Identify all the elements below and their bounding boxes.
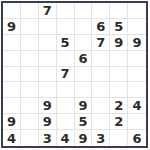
sudoku-cell-r6c6[interactable] xyxy=(92,82,110,98)
sudoku-cell-r7c7[interactable]: 2 xyxy=(110,98,128,114)
sudoku-cell-r7c3[interactable]: 9 xyxy=(39,98,57,114)
sudoku-cell-r6c8[interactable] xyxy=(128,82,146,98)
sudoku-cell-r7c6[interactable] xyxy=(92,98,110,114)
sudoku-cell-r3c8[interactable]: 9 xyxy=(128,35,146,51)
given-digit: 9 xyxy=(7,20,16,33)
sudoku-cell-r4c4[interactable] xyxy=(57,51,75,67)
sudoku-cell-r8c6[interactable] xyxy=(92,114,110,130)
sudoku-cell-r5c4[interactable]: 7 xyxy=(57,67,75,83)
sudoku-cell-r4c1[interactable] xyxy=(3,51,21,67)
sudoku-cell-r9c4[interactable]: 4 xyxy=(57,130,75,146)
sudoku-cell-r8c1[interactable]: 9 xyxy=(3,114,21,130)
sudoku-cell-r6c4[interactable] xyxy=(57,82,75,98)
sudoku-cell-r4c3[interactable] xyxy=(39,51,57,67)
given-digit: 9 xyxy=(7,115,16,128)
sudoku-cell-r3c4[interactable]: 5 xyxy=(57,35,75,51)
sudoku-cell-r1c3[interactable]: 7 xyxy=(39,3,57,19)
sudoku-cell-r8c2[interactable] xyxy=(21,114,39,130)
given-digit: 9 xyxy=(78,132,87,145)
given-digit: 3 xyxy=(43,132,52,145)
sudoku-cell-r3c3[interactable] xyxy=(39,35,57,51)
given-digit: 4 xyxy=(61,132,70,145)
sudoku-cell-r4c7[interactable] xyxy=(110,51,128,67)
sudoku-cell-r5c8[interactable] xyxy=(128,67,146,83)
sudoku-cell-r7c4[interactable] xyxy=(57,98,75,114)
given-digit: 4 xyxy=(7,132,16,145)
sudoku-cell-r4c6[interactable] xyxy=(92,51,110,67)
sudoku-cell-r7c8[interactable]: 4 xyxy=(128,98,146,114)
sudoku-cell-r2c3[interactable] xyxy=(39,19,57,35)
given-digit: 6 xyxy=(78,52,87,65)
sudoku-cell-r3c7[interactable]: 9 xyxy=(110,35,128,51)
sudoku-cell-r6c7[interactable] xyxy=(110,82,128,98)
sudoku-cell-r6c2[interactable] xyxy=(21,82,39,98)
sudoku-cell-r2c5[interactable] xyxy=(75,19,93,35)
sudoku-cell-r6c1[interactable] xyxy=(3,82,21,98)
sudoku-cell-r4c8[interactable] xyxy=(128,51,146,67)
sudoku-cell-r1c2[interactable] xyxy=(21,3,39,19)
given-digit: 4 xyxy=(133,99,142,112)
sudoku-cell-r8c8[interactable] xyxy=(128,114,146,130)
sudoku-cell-r4c5[interactable]: 6 xyxy=(75,51,93,67)
sudoku-cell-r4c2[interactable] xyxy=(21,51,39,67)
sudoku-cell-r9c8[interactable]: 6 xyxy=(128,130,146,146)
sudoku-board: 796557996799249952434936 xyxy=(1,1,148,148)
sudoku-cell-r5c6[interactable] xyxy=(92,67,110,83)
given-digit: 9 xyxy=(114,36,123,49)
given-digit: 5 xyxy=(61,36,70,49)
sudoku-cell-r5c2[interactable] xyxy=(21,67,39,83)
sudoku-cell-r8c5[interactable]: 5 xyxy=(75,114,93,130)
sudoku-cell-r2c1[interactable]: 9 xyxy=(3,19,21,35)
given-digit: 9 xyxy=(78,99,87,112)
given-digit: 3 xyxy=(96,132,105,145)
sudoku-cell-r5c1[interactable] xyxy=(3,67,21,83)
sudoku-cell-r3c5[interactable] xyxy=(75,35,93,51)
given-digit: 2 xyxy=(114,99,123,112)
given-digit: 5 xyxy=(78,115,87,128)
sudoku-cell-r1c6[interactable] xyxy=(92,3,110,19)
sudoku-cell-r2c6[interactable]: 6 xyxy=(92,19,110,35)
sudoku-cell-r9c5[interactable]: 9 xyxy=(75,130,93,146)
sudoku-cell-r7c2[interactable] xyxy=(21,98,39,114)
given-digit: 9 xyxy=(43,115,52,128)
sudoku-cell-r1c8[interactable] xyxy=(128,3,146,19)
given-digit: 7 xyxy=(96,36,105,49)
given-digit: 2 xyxy=(114,115,123,128)
sudoku-cell-r7c1[interactable] xyxy=(3,98,21,114)
given-digit: 9 xyxy=(43,99,52,112)
sudoku-cell-r3c2[interactable] xyxy=(21,35,39,51)
sudoku-cell-r6c3[interactable] xyxy=(39,82,57,98)
sudoku-cell-r9c1[interactable]: 4 xyxy=(3,130,21,146)
given-digit: 9 xyxy=(133,36,142,49)
sudoku-cell-r9c7[interactable] xyxy=(110,130,128,146)
sudoku-cell-r5c5[interactable] xyxy=(75,67,93,83)
given-digit: 7 xyxy=(61,67,70,80)
sudoku-cell-r3c1[interactable] xyxy=(3,35,21,51)
given-digit: 7 xyxy=(43,4,52,17)
sudoku-cell-r8c4[interactable] xyxy=(57,114,75,130)
sudoku-cell-r7c5[interactable]: 9 xyxy=(75,98,93,114)
sudoku-cell-r5c7[interactable] xyxy=(110,67,128,83)
sudoku-cell-r9c3[interactable]: 3 xyxy=(39,130,57,146)
sudoku-cell-r2c4[interactable] xyxy=(57,19,75,35)
sudoku-cell-r1c1[interactable] xyxy=(3,3,21,19)
sudoku-cell-r2c8[interactable] xyxy=(128,19,146,35)
sudoku-cell-r9c6[interactable]: 3 xyxy=(92,130,110,146)
sudoku-cell-r6c5[interactable] xyxy=(75,82,93,98)
sudoku-cell-r1c5[interactable] xyxy=(75,3,93,19)
sudoku-cell-r8c7[interactable]: 2 xyxy=(110,114,128,130)
sudoku-cell-r1c7[interactable] xyxy=(110,3,128,19)
sudoku-cell-r2c7[interactable]: 5 xyxy=(110,19,128,35)
given-digit: 6 xyxy=(96,20,105,33)
sudoku-cell-r2c2[interactable] xyxy=(21,19,39,35)
sudoku-cell-r1c4[interactable] xyxy=(57,3,75,19)
sudoku-cell-r8c3[interactable]: 9 xyxy=(39,114,57,130)
sudoku-cell-r9c2[interactable] xyxy=(21,130,39,146)
given-digit: 6 xyxy=(133,132,142,145)
sudoku-cell-r3c6[interactable]: 7 xyxy=(92,35,110,51)
sudoku-cell-r5c3[interactable] xyxy=(39,67,57,83)
given-digit: 5 xyxy=(114,20,123,33)
